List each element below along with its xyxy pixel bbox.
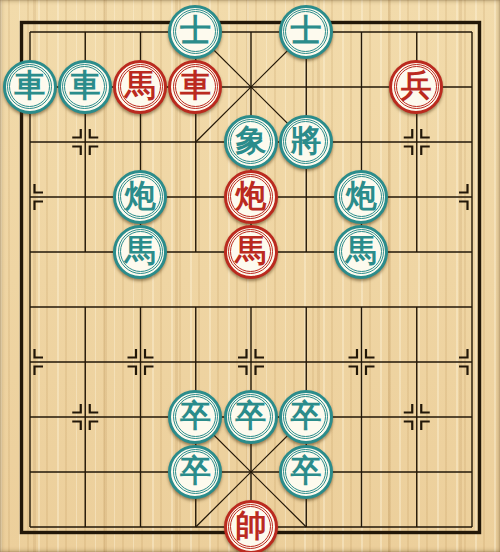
piece-glyph: 馬 bbox=[346, 235, 377, 268]
piece-glyph: 炮 bbox=[235, 180, 266, 213]
piece-green-soldier[interactable]: 卒 bbox=[224, 390, 278, 444]
piece-glyph: 馬 bbox=[235, 235, 266, 268]
piece-glyph: 士 bbox=[290, 15, 321, 48]
piece-green-general[interactable]: 將 bbox=[279, 115, 333, 169]
piece-green-soldier[interactable]: 卒 bbox=[279, 445, 333, 499]
piece-red-chariot[interactable]: 車 bbox=[168, 60, 222, 114]
pieces-layer: 士士車車馬車兵象將炮炮炮馬馬馬卒卒卒卒卒帥 bbox=[2, 4, 499, 552]
piece-glyph: 卒 bbox=[180, 400, 211, 433]
piece-glyph: 兵 bbox=[401, 70, 432, 103]
piece-green-soldier[interactable]: 卒 bbox=[168, 390, 222, 444]
piece-glyph: 馬 bbox=[125, 70, 156, 103]
piece-green-elephant[interactable]: 象 bbox=[224, 115, 278, 169]
piece-glyph: 卒 bbox=[235, 400, 266, 433]
piece-green-advisor[interactable]: 士 bbox=[168, 5, 222, 59]
xiangqi-board: 士士車車馬車兵象將炮炮炮馬馬馬卒卒卒卒卒帥 bbox=[0, 0, 500, 552]
piece-glyph: 車 bbox=[69, 70, 100, 103]
piece-green-cannon[interactable]: 炮 bbox=[113, 170, 167, 224]
piece-glyph: 卒 bbox=[290, 455, 321, 488]
piece-glyph: 卒 bbox=[180, 455, 211, 488]
piece-green-advisor[interactable]: 士 bbox=[279, 5, 333, 59]
piece-glyph: 車 bbox=[14, 70, 45, 103]
piece-red-horse[interactable]: 馬 bbox=[113, 60, 167, 114]
piece-green-cannon[interactable]: 炮 bbox=[334, 170, 388, 224]
piece-glyph: 炮 bbox=[346, 180, 377, 213]
piece-glyph: 帥 bbox=[235, 510, 266, 543]
piece-green-horse[interactable]: 馬 bbox=[334, 225, 388, 279]
piece-green-horse[interactable]: 馬 bbox=[113, 225, 167, 279]
piece-red-general[interactable]: 帥 bbox=[224, 500, 278, 552]
piece-green-soldier[interactable]: 卒 bbox=[279, 390, 333, 444]
piece-red-horse[interactable]: 馬 bbox=[224, 225, 278, 279]
piece-red-soldier[interactable]: 兵 bbox=[389, 60, 443, 114]
piece-red-cannon[interactable]: 炮 bbox=[224, 170, 278, 224]
piece-glyph: 車 bbox=[180, 70, 211, 103]
piece-glyph: 士 bbox=[180, 15, 211, 48]
piece-green-chariot[interactable]: 車 bbox=[3, 60, 57, 114]
piece-glyph: 將 bbox=[290, 125, 321, 158]
piece-glyph: 象 bbox=[235, 125, 266, 158]
piece-glyph: 馬 bbox=[125, 235, 156, 268]
piece-glyph: 炮 bbox=[125, 180, 156, 213]
piece-glyph: 卒 bbox=[290, 400, 321, 433]
piece-green-soldier[interactable]: 卒 bbox=[168, 445, 222, 499]
piece-green-chariot[interactable]: 車 bbox=[58, 60, 112, 114]
